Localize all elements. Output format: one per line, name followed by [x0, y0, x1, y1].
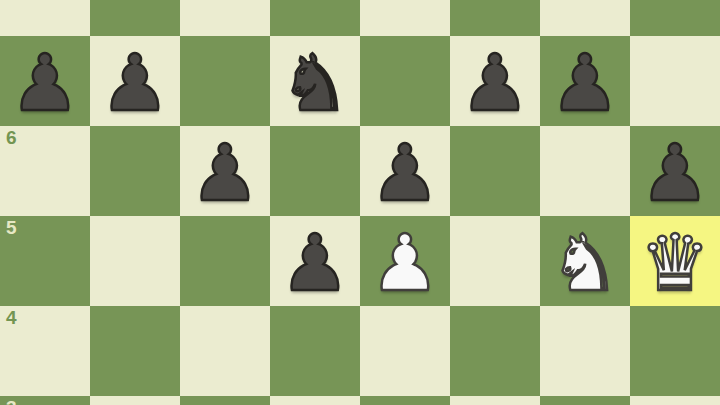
- square-b4[interactable]: [90, 306, 180, 396]
- square-f4[interactable]: [450, 306, 540, 396]
- square-g6[interactable]: [540, 126, 630, 216]
- black-knight-piece[interactable]: ♞: [280, 44, 350, 122]
- square-f3[interactable]: [450, 396, 540, 405]
- black-pawn-piece[interactable]: ♟: [190, 134, 260, 212]
- square-a7[interactable]: ♟: [0, 36, 90, 126]
- black-pawn-piece[interactable]: ♟: [370, 134, 440, 212]
- black-pawn-piece[interactable]: ♟: [280, 224, 350, 302]
- square-c3[interactable]: ♞: [180, 396, 270, 405]
- square-h8[interactable]: [630, 0, 720, 36]
- white-pawn-piece[interactable]: ♟: [370, 224, 440, 302]
- rank-label-5: 5: [6, 218, 17, 237]
- rank-label-6: 6: [6, 128, 17, 147]
- square-b5[interactable]: [90, 216, 180, 306]
- black-pawn-piece[interactable]: ♟: [100, 44, 170, 122]
- square-b8[interactable]: [90, 0, 180, 36]
- white-queen-piece[interactable]: ♛: [640, 224, 710, 302]
- square-d8[interactable]: [270, 0, 360, 36]
- rank-label-4: 4: [6, 308, 17, 327]
- square-c8[interactable]: [180, 0, 270, 36]
- square-h4[interactable]: [630, 306, 720, 396]
- square-b3[interactable]: [90, 396, 180, 405]
- square-c7[interactable]: [180, 36, 270, 126]
- square-a4[interactable]: 4: [0, 306, 90, 396]
- square-d5[interactable]: ♟: [270, 216, 360, 306]
- square-e8[interactable]: [360, 0, 450, 36]
- square-b7[interactable]: ♟: [90, 36, 180, 126]
- square-a3[interactable]: 3: [0, 396, 90, 405]
- square-g4[interactable]: [540, 306, 630, 396]
- black-pawn-piece[interactable]: ♟: [640, 134, 710, 212]
- square-a5[interactable]: 5: [0, 216, 90, 306]
- square-e5[interactable]: ♟: [360, 216, 450, 306]
- square-g7[interactable]: ♟: [540, 36, 630, 126]
- chess-board: ♟♟♞♟♟6♟♟♟5♟♟♞♛43♞2: [0, 0, 720, 405]
- square-a6[interactable]: 6: [0, 126, 90, 216]
- square-f7[interactable]: ♟: [450, 36, 540, 126]
- square-h3[interactable]: [630, 396, 720, 405]
- square-c6[interactable]: ♟: [180, 126, 270, 216]
- square-c5[interactable]: [180, 216, 270, 306]
- square-f6[interactable]: [450, 126, 540, 216]
- square-h6[interactable]: ♟: [630, 126, 720, 216]
- square-e4[interactable]: [360, 306, 450, 396]
- square-d7[interactable]: ♞: [270, 36, 360, 126]
- square-c4[interactable]: [180, 306, 270, 396]
- square-f5[interactable]: [450, 216, 540, 306]
- square-e6[interactable]: ♟: [360, 126, 450, 216]
- square-g8[interactable]: [540, 0, 630, 36]
- square-b6[interactable]: [90, 126, 180, 216]
- square-g5[interactable]: ♞: [540, 216, 630, 306]
- white-knight-piece[interactable]: ♞: [550, 224, 620, 302]
- square-d3[interactable]: [270, 396, 360, 405]
- square-e3[interactable]: [360, 396, 450, 405]
- chess-board-viewport: ♟♟♞♟♟6♟♟♟5♟♟♞♛43♞2: [0, 0, 720, 405]
- black-pawn-piece[interactable]: ♟: [550, 44, 620, 122]
- square-a8[interactable]: [0, 0, 90, 36]
- square-g3[interactable]: [540, 396, 630, 405]
- square-d6[interactable]: [270, 126, 360, 216]
- square-f8[interactable]: [450, 0, 540, 36]
- rank-label-3: 3: [6, 398, 17, 405]
- square-e7[interactable]: [360, 36, 450, 126]
- black-pawn-piece[interactable]: ♟: [460, 44, 530, 122]
- black-pawn-piece[interactable]: ♟: [10, 44, 80, 122]
- square-h5[interactable]: ♛: [630, 216, 720, 306]
- square-h7[interactable]: [630, 36, 720, 126]
- square-d4[interactable]: [270, 306, 360, 396]
